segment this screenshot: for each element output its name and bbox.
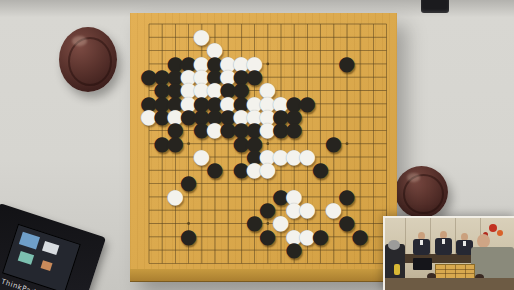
wall-device [421,0,449,13]
player-right-head [477,234,490,248]
laptop: ThinkPad [0,203,106,290]
shoji-line [405,218,406,258]
observer-shirt [463,241,466,246]
go-board: ●●●●●●●●●●●●●●●●●●●●●●●●●●●●●●●●●●●●●●●●… [130,13,397,281]
go-bowl-left [59,27,117,92]
player-left-hair [388,240,400,250]
laptop-window-thumbnail [19,232,40,250]
go-bowl-right [395,166,448,218]
flower-arrangement [489,224,497,232]
observer-shirt [442,239,445,244]
go-board-side [130,269,397,282]
observer-shirt [420,240,423,245]
shoji-line [430,218,431,258]
board-grid-lines [149,24,387,264]
go-board-surface: ●●●●●●●●●●●●●●●●●●●●●●●●●●●●●●●●●●●●●●●●… [130,13,397,269]
laptop-window-thumbnail [41,260,53,271]
pip-laptop [413,258,432,270]
laptop-screen [2,224,81,290]
broadcast-frame: ●●●●●●●●●●●●●●●●●●●●●●●●●●●●●●●●●●●●●●●●… [0,0,514,290]
laptop-window-thumbnail [42,241,59,255]
pip-video [383,216,514,290]
pip-table-front [385,278,514,290]
go-bowl-right-highlight [407,173,421,181]
pip-bottle [394,264,400,275]
laptop-window-thumbnail [18,251,34,265]
flower-arrangement [497,230,503,236]
